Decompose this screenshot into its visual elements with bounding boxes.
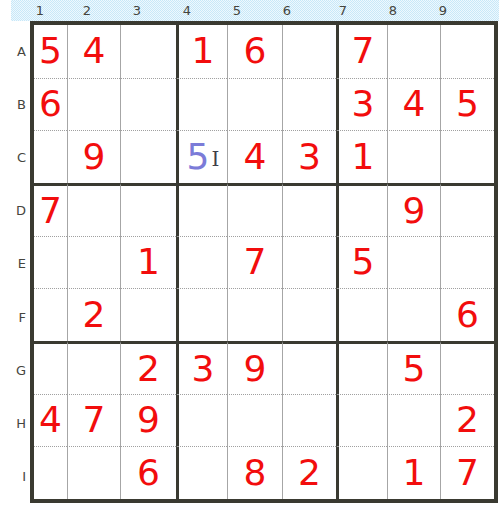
cell-F7[interactable]	[336, 288, 387, 341]
given-digit: 3	[192, 351, 215, 387]
given-digit: 4	[403, 86, 426, 122]
given-digit: 6	[137, 455, 160, 491]
column-header-4: 4	[183, 0, 191, 21]
cell-B1[interactable]: 6	[34, 78, 67, 131]
cell-E3[interactable]: 1	[120, 236, 176, 289]
cell-C7[interactable]: 1	[336, 130, 387, 183]
cell-A2[interactable]: 4	[67, 25, 120, 78]
given-digit: 5	[352, 244, 375, 280]
cell-A7[interactable]: 7	[336, 25, 387, 78]
cell-D9[interactable]	[440, 183, 494, 236]
cell-F3[interactable]	[120, 288, 176, 341]
row-label-A: A	[0, 25, 26, 78]
cell-H3[interactable]: 9	[120, 394, 176, 447]
cell-B4[interactable]	[176, 78, 227, 131]
given-digit: 1	[352, 139, 375, 175]
column-header-3: 3	[133, 0, 141, 21]
cell-D6[interactable]	[282, 183, 336, 236]
column-header-2: 2	[83, 0, 91, 21]
cell-I2[interactable]	[67, 446, 120, 499]
row-label-B: B	[0, 78, 26, 131]
cell-F6[interactable]	[282, 288, 336, 341]
row-label-G: G	[0, 344, 26, 397]
cell-E1[interactable]	[34, 236, 67, 289]
given-digit: 1	[137, 244, 160, 280]
cell-H7[interactable]	[336, 394, 387, 447]
cell-F8[interactable]	[387, 288, 440, 341]
cell-F5[interactable]	[227, 288, 282, 341]
given-digit: 7	[39, 193, 62, 229]
text-ibeam-cursor-icon: I	[212, 149, 220, 169]
cell-I4[interactable]	[176, 446, 227, 499]
given-digit: 7	[83, 402, 106, 438]
given-digit: 9	[244, 351, 267, 387]
cell-E4[interactable]	[176, 236, 227, 289]
cell-G7[interactable]	[336, 341, 387, 394]
cell-G6[interactable]	[282, 341, 336, 394]
given-digit: 5	[456, 86, 479, 122]
user-entered-digit: 5	[187, 139, 210, 175]
given-digit: 1	[192, 33, 215, 69]
row-label-C: C	[0, 131, 26, 184]
cell-D5[interactable]	[227, 183, 282, 236]
given-digit: 7	[456, 455, 479, 491]
cell-A6[interactable]	[282, 25, 336, 78]
cell-B8[interactable]: 4	[387, 78, 440, 131]
cell-E9[interactable]	[440, 236, 494, 289]
column-header-6: 6	[283, 0, 291, 21]
cell-B3[interactable]	[120, 78, 176, 131]
given-digit: 5	[39, 33, 62, 69]
row-label-D: D	[0, 184, 26, 237]
cell-D8[interactable]: 9	[387, 183, 440, 236]
given-digit: 1	[403, 455, 426, 491]
cell-I9[interactable]: 7	[440, 446, 494, 499]
cell-G9[interactable]	[440, 341, 494, 394]
column-header-7: 7	[339, 0, 347, 21]
cell-E6[interactable]	[282, 236, 336, 289]
cell-B9[interactable]: 5	[440, 78, 494, 131]
cell-F4[interactable]	[176, 288, 227, 341]
cell-B6[interactable]	[282, 78, 336, 131]
cell-G3[interactable]: 2	[120, 341, 176, 394]
cell-E5[interactable]: 7	[227, 236, 282, 289]
column-header-1: 1	[36, 0, 44, 21]
column-header-9: 9	[439, 0, 447, 21]
row-label-E: E	[0, 237, 26, 290]
cell-C9[interactable]	[440, 130, 494, 183]
cell-H8[interactable]	[387, 394, 440, 447]
given-digit: 7	[244, 244, 267, 280]
cell-A4[interactable]: 1	[176, 25, 227, 78]
given-digit: 6	[244, 33, 267, 69]
given-digit: 6	[456, 297, 479, 333]
cell-B7[interactable]: 3	[336, 78, 387, 131]
cell-C1[interactable]	[34, 130, 67, 183]
cell-C5[interactable]: 4	[227, 130, 282, 183]
cell-D3[interactable]	[120, 183, 176, 236]
row-label-H: H	[0, 397, 26, 450]
given-digit: 3	[352, 86, 375, 122]
cell-D2[interactable]	[67, 183, 120, 236]
cell-E7[interactable]: 5	[336, 236, 387, 289]
cell-C8[interactable]	[387, 130, 440, 183]
column-header-5: 5	[233, 0, 241, 21]
cell-G2[interactable]	[67, 341, 120, 394]
cell-A5[interactable]: 6	[227, 25, 282, 78]
cell-G8[interactable]: 5	[387, 341, 440, 394]
cell-F9[interactable]: 6	[440, 288, 494, 341]
cell-H9[interactable]: 2	[440, 394, 494, 447]
cell-F2[interactable]: 2	[67, 288, 120, 341]
cell-I1[interactable]	[34, 446, 67, 499]
cell-C2[interactable]: 9	[67, 130, 120, 183]
cell-G4[interactable]: 3	[176, 341, 227, 394]
cell-A9[interactable]	[440, 25, 494, 78]
given-digit: 2	[456, 402, 479, 438]
given-digit: 3	[298, 139, 321, 175]
given-digit: 2	[137, 351, 160, 387]
given-digit: 2	[298, 455, 321, 491]
given-digit: 4	[83, 33, 106, 69]
cell-B5[interactable]	[227, 78, 282, 131]
cell-C4[interactable]: 5I	[176, 130, 227, 183]
cell-H6[interactable]	[282, 394, 336, 447]
cell-F1[interactable]	[34, 288, 67, 341]
cell-A8[interactable]	[387, 25, 440, 78]
cell-I6[interactable]: 2	[282, 446, 336, 499]
cell-D7[interactable]	[336, 183, 387, 236]
cell-H1[interactable]: 4	[34, 394, 67, 447]
given-digit: 7	[352, 33, 375, 69]
cell-D1[interactable]: 7	[34, 183, 67, 236]
given-digit: 9	[403, 193, 426, 229]
given-digit: 9	[137, 402, 160, 438]
cell-H2[interactable]: 7	[67, 394, 120, 447]
column-headers: 123456789	[11, 0, 499, 21]
given-digit: 9	[83, 139, 106, 175]
cell-I3[interactable]: 6	[120, 446, 176, 499]
cell-C6[interactable]: 3	[282, 130, 336, 183]
given-digit: 5	[403, 351, 426, 387]
cell-G1[interactable]	[34, 341, 67, 394]
cell-D4[interactable]	[176, 183, 227, 236]
cell-B2[interactable]	[67, 78, 120, 131]
cell-H5[interactable]	[227, 394, 282, 447]
column-header-8: 8	[389, 0, 397, 21]
given-digit: 4	[244, 139, 267, 175]
cell-E2[interactable]	[67, 236, 120, 289]
cell-C3[interactable]	[120, 130, 176, 183]
cell-I7[interactable]	[336, 446, 387, 499]
given-digit: 8	[244, 455, 267, 491]
cell-G5[interactable]: 9	[227, 341, 282, 394]
given-digit: 2	[83, 297, 106, 333]
cell-A3[interactable]	[120, 25, 176, 78]
row-label-I: I	[0, 450, 26, 503]
given-digit: 6	[39, 86, 62, 122]
cell-I5[interactable]: 8	[227, 446, 282, 499]
sudoku-board: 54167634595I43179175262395479268217	[30, 21, 498, 503]
sudoku-app: 123456789 ABCDEFGHI 54167634595I43179175…	[0, 0, 499, 506]
row-label-F: F	[0, 291, 26, 344]
cell-I8[interactable]: 1	[387, 446, 440, 499]
cell-E8[interactable]	[387, 236, 440, 289]
cell-H4[interactable]	[176, 394, 227, 447]
cell-A1[interactable]: 5	[34, 25, 67, 78]
given-digit: 4	[39, 402, 62, 438]
